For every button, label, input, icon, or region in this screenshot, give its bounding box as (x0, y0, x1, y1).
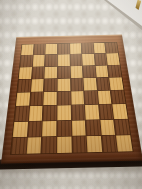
square-e1[interactable] (72, 136, 87, 153)
square-h2[interactable] (114, 119, 130, 134)
square-e4[interactable] (71, 91, 84, 105)
square-a1[interactable] (11, 137, 27, 154)
square-g5[interactable] (96, 78, 110, 91)
square-f4[interactable] (84, 91, 98, 105)
square-f8[interactable] (82, 43, 94, 54)
square-g4[interactable] (98, 91, 112, 105)
square-c8[interactable] (46, 44, 58, 55)
square-f1[interactable] (87, 136, 102, 153)
square-g8[interactable] (93, 43, 105, 54)
square-h3[interactable] (113, 104, 128, 118)
square-h6[interactable] (108, 65, 122, 77)
square-c1[interactable] (42, 137, 57, 154)
square-e2[interactable] (72, 120, 86, 135)
square-e8[interactable] (70, 43, 82, 54)
square-d2[interactable] (57, 120, 71, 136)
square-b7[interactable] (33, 55, 45, 66)
square-a5[interactable] (17, 79, 30, 92)
square-d7[interactable] (58, 55, 70, 66)
square-c7[interactable] (45, 55, 57, 66)
board-frame (1, 35, 142, 164)
square-d4[interactable] (57, 92, 70, 106)
square-a4[interactable] (16, 92, 30, 106)
square-a2[interactable] (13, 121, 28, 137)
square-g3[interactable] (99, 105, 114, 119)
square-g2[interactable] (100, 119, 115, 134)
square-d1[interactable] (57, 136, 71, 153)
chessboard (1, 35, 142, 164)
square-e3[interactable] (71, 105, 85, 119)
square-b5[interactable] (31, 79, 44, 92)
square-g6[interactable] (95, 65, 108, 77)
square-a7[interactable] (20, 55, 33, 66)
square-c2[interactable] (42, 121, 56, 137)
square-a3[interactable] (14, 106, 28, 121)
square-c6[interactable] (45, 66, 57, 78)
square-d8[interactable] (58, 44, 69, 55)
square-f7[interactable] (82, 54, 94, 65)
square-b2[interactable] (28, 121, 42, 137)
photo-scene (0, 0, 142, 189)
square-b3[interactable] (29, 106, 43, 121)
square-d6[interactable] (58, 66, 70, 78)
square-a8[interactable] (21, 44, 33, 55)
square-g1[interactable] (102, 135, 118, 152)
square-h4[interactable] (111, 90, 126, 104)
square-e5[interactable] (71, 78, 84, 91)
square-b1[interactable] (26, 137, 41, 154)
square-h8[interactable] (105, 42, 118, 53)
square-b6[interactable] (32, 67, 45, 79)
square-f2[interactable] (86, 120, 101, 135)
square-f3[interactable] (85, 105, 99, 119)
square-h7[interactable] (107, 53, 120, 64)
square-b4[interactable] (30, 92, 43, 106)
square-h1[interactable] (116, 135, 132, 152)
square-b8[interactable] (33, 44, 45, 55)
square-d3[interactable] (57, 105, 70, 119)
board-grid (11, 42, 133, 154)
square-g7[interactable] (94, 54, 107, 65)
square-c4[interactable] (44, 92, 57, 106)
square-f5[interactable] (83, 78, 96, 91)
square-c5[interactable] (44, 79, 57, 92)
square-d5[interactable] (57, 78, 70, 91)
square-h5[interactable] (109, 77, 123, 90)
square-a6[interactable] (19, 67, 32, 79)
square-e6[interactable] (70, 66, 82, 78)
square-f6[interactable] (83, 66, 96, 78)
square-e7[interactable] (70, 54, 82, 65)
square-c3[interactable] (43, 106, 57, 121)
